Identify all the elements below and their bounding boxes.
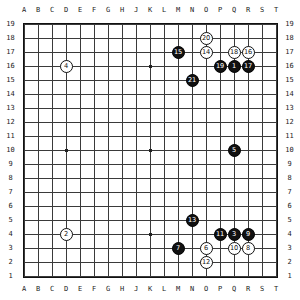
row-label-left: 6 (4, 199, 17, 213)
white-stone-R3[interactable]: 8 (242, 242, 255, 255)
row-label-right: 6 (283, 199, 296, 213)
col-label-top: P (213, 4, 227, 17)
row-label-right: 18 (283, 31, 296, 45)
white-stone-Q3[interactable]: 10 (228, 242, 241, 255)
row-label-right: 2 (283, 255, 296, 269)
col-label-top: R (241, 4, 255, 17)
row-label-left: 3 (4, 241, 17, 255)
row-label-right: 13 (283, 101, 296, 115)
col-label-bottom: D (59, 283, 73, 296)
white-stone-O2[interactable]: 12 (200, 256, 213, 269)
row-label-right: 1 (283, 269, 296, 283)
col-label-top: T (269, 4, 283, 17)
col-label-bottom: K (143, 283, 157, 296)
col-label-bottom: B (31, 283, 45, 296)
col-label-bottom: C (45, 283, 59, 296)
black-stone-P4[interactable]: 11 (214, 228, 227, 241)
black-stone-Q4[interactable]: 3 (228, 228, 241, 241)
row-label-right: 16 (283, 59, 296, 73)
row-label-left: 14 (4, 87, 17, 101)
col-label-top: E (73, 4, 87, 17)
row-label-left: 7 (4, 185, 17, 199)
col-label-bottom: T (269, 283, 283, 296)
black-stone-M17[interactable]: 15 (172, 46, 185, 59)
row-label-left: 11 (4, 129, 17, 143)
col-label-top: G (101, 4, 115, 17)
star-point (149, 233, 152, 236)
black-stone-P16[interactable]: 19 (214, 60, 227, 73)
white-stone-D4[interactable]: 2 (60, 228, 73, 241)
col-label-bottom: L (157, 283, 171, 296)
col-label-top: M (171, 4, 185, 17)
black-stone-Q16[interactable]: 1 (228, 60, 241, 73)
row-label-right: 11 (283, 129, 296, 143)
row-label-left: 1 (4, 269, 17, 283)
star-point (149, 149, 152, 152)
row-label-right: 4 (283, 227, 296, 241)
col-label-top: D (59, 4, 73, 17)
row-label-right: 8 (283, 171, 296, 185)
white-stone-R17[interactable]: 16 (242, 46, 255, 59)
row-label-left: 10 (4, 143, 17, 157)
row-label-left: 17 (4, 45, 17, 59)
row-label-left: 9 (4, 157, 17, 171)
white-stone-O17[interactable]: 14 (200, 46, 213, 59)
row-label-right: 5 (283, 213, 296, 227)
goban[interactable]: AABBCCDDEEFFGGHHJJKKLLMMNNOOPPQQRRSSTT19… (4, 4, 296, 296)
row-label-left: 5 (4, 213, 17, 227)
row-label-right: 10 (283, 143, 296, 157)
col-label-top: B (31, 4, 45, 17)
row-label-right: 19 (283, 17, 296, 31)
col-label-top: O (199, 4, 213, 17)
row-label-right: 15 (283, 73, 296, 87)
white-stone-O18[interactable]: 20 (200, 32, 213, 45)
col-label-top: C (45, 4, 59, 17)
black-stone-Q10[interactable]: 5 (228, 144, 241, 157)
row-label-left: 19 (4, 17, 17, 31)
col-label-bottom: O (199, 283, 213, 296)
row-label-right: 14 (283, 87, 296, 101)
row-label-right: 7 (283, 185, 296, 199)
row-label-left: 16 (4, 59, 17, 73)
col-label-top: Q (227, 4, 241, 17)
col-label-top: H (115, 4, 129, 17)
row-label-right: 3 (283, 241, 296, 255)
black-stone-N5[interactable]: 13 (186, 214, 199, 227)
black-stone-R4[interactable]: 9 (242, 228, 255, 241)
col-label-top: K (143, 4, 157, 17)
col-label-bottom: G (101, 283, 115, 296)
col-label-bottom: H (115, 283, 129, 296)
col-label-top: J (129, 4, 143, 17)
col-label-bottom: S (255, 283, 269, 296)
star-point (65, 149, 68, 152)
col-label-bottom: P (213, 283, 227, 296)
row-label-left: 13 (4, 101, 17, 115)
col-label-top: A (17, 4, 31, 17)
col-label-bottom: J (129, 283, 143, 296)
row-label-left: 2 (4, 255, 17, 269)
col-label-bottom: A (17, 283, 31, 296)
col-label-bottom: M (171, 283, 185, 296)
col-label-bottom: R (241, 283, 255, 296)
row-label-left: 15 (4, 73, 17, 87)
col-label-bottom: F (87, 283, 101, 296)
row-label-right: 9 (283, 157, 296, 171)
row-label-left: 8 (4, 171, 17, 185)
white-stone-Q17[interactable]: 18 (228, 46, 241, 59)
row-label-left: 4 (4, 227, 17, 241)
white-stone-D16[interactable]: 4 (60, 60, 73, 73)
row-label-right: 17 (283, 45, 296, 59)
white-stone-O3[interactable]: 6 (200, 242, 213, 255)
col-label-top: F (87, 4, 101, 17)
col-label-top: N (185, 4, 199, 17)
col-label-bottom: E (73, 283, 87, 296)
col-label-top: S (255, 4, 269, 17)
col-label-bottom: Q (227, 283, 241, 296)
black-stone-R16[interactable]: 17 (242, 60, 255, 73)
go-diagram: AABBCCDDEEFFGGHHJJKKLLMMNNOOPPQQRRSSTT19… (0, 0, 300, 300)
star-point (149, 65, 152, 68)
row-label-right: 12 (283, 115, 296, 129)
col-label-top: L (157, 4, 171, 17)
row-label-left: 12 (4, 115, 17, 129)
black-stone-M3[interactable]: 7 (172, 242, 185, 255)
row-label-left: 18 (4, 31, 17, 45)
col-label-bottom: N (185, 283, 199, 296)
black-stone-N15[interactable]: 21 (186, 74, 199, 87)
